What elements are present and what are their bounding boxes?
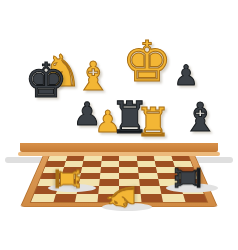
square-h1[interactable] — [183, 194, 207, 202]
piece-fallen-white-knight[interactable]: ♞ — [104, 181, 140, 213]
piece-fallen-black-rook[interactable]: ♜ — [171, 163, 205, 193]
board-frame-bottom-edge — [18, 152, 220, 156]
piece-black-king[interactable]: ♚ — [24, 56, 67, 104]
square-f2[interactable] — [139, 186, 161, 194]
piece-black-bishop[interactable]: ♝ — [182, 97, 218, 137]
piece-black-pawn-g7[interactable]: ♟ — [173, 62, 198, 90]
piece-white-king[interactable]: ♚ — [122, 34, 172, 90]
square-a1[interactable] — [31, 194, 55, 202]
square-b1[interactable] — [53, 194, 77, 202]
piece-white-bishop[interactable]: ♝ — [75, 56, 111, 96]
board-frame-front — [20, 143, 218, 152]
square-g1[interactable] — [161, 194, 185, 202]
square-f1[interactable] — [140, 194, 163, 202]
chess-illustration: ♜♞♜♚♟♞♝♚♟♟♝♜♜ — [0, 0, 238, 250]
square-c1[interactable] — [75, 194, 98, 202]
piece-fallen-white-rook[interactable]: ♜ — [51, 165, 83, 194]
piece-white-rook[interactable]: ♜ — [135, 102, 171, 142]
